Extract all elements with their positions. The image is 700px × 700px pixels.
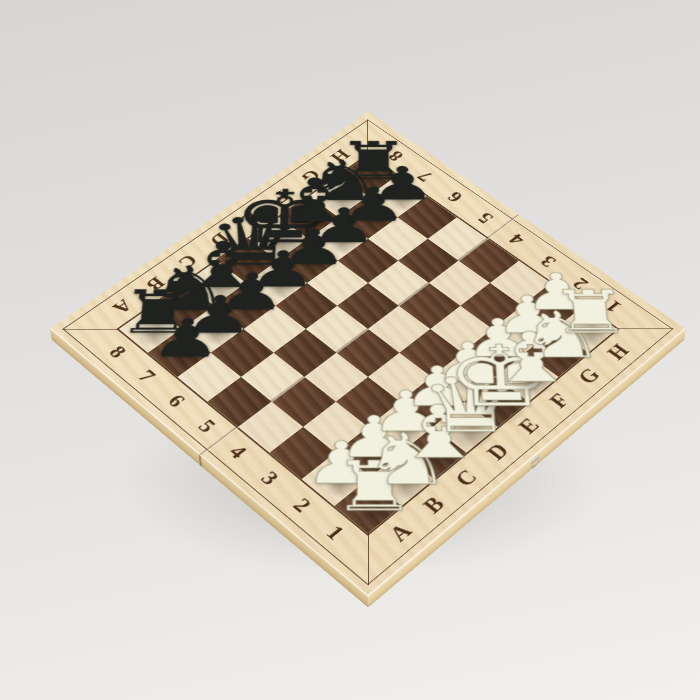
frame-mitre-line <box>367 119 368 155</box>
scene: AABBCCDDEEFFGGHH8877665544332211 ♜♞♝♛♚♝♞… <box>0 0 700 700</box>
frame-mitre-line <box>368 533 370 585</box>
photo-background: { "game": "chess", "scene": { "view": "f… <box>0 0 700 700</box>
